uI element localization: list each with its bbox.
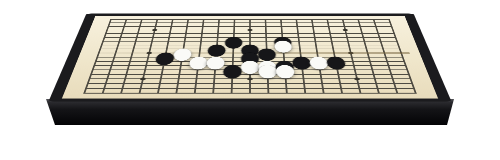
- board-cell[interactable]: [296, 91, 315, 96]
- board-cell[interactable]: [259, 91, 278, 96]
- board-cell[interactable]: [185, 91, 204, 96]
- board-cell[interactable]: ●: [276, 68, 294, 72]
- board-cell[interactable]: [332, 91, 351, 96]
- board-cell[interactable]: ●: [208, 47, 225, 51]
- board-cell[interactable]: ●: [327, 59, 345, 63]
- board-cell[interactable]: [167, 91, 186, 96]
- board-cell[interactable]: [241, 91, 260, 96]
- board-cell[interactable]: [369, 91, 389, 96]
- board-cell[interactable]: [222, 91, 241, 96]
- black-stone[interactable]: ●: [324, 53, 348, 70]
- board-cell[interactable]: ●: [258, 51, 275, 55]
- board-cell[interactable]: ●: [275, 43, 292, 47]
- board-cell[interactable]: [351, 91, 371, 96]
- board-cell[interactable]: ●: [241, 63, 258, 67]
- board-cell[interactable]: [406, 91, 426, 96]
- white-stone[interactable]: ●: [274, 61, 296, 78]
- go-board: ●●●●●●●●●●●●●●●●●●●●: [62, 16, 438, 99]
- board-cell[interactable]: [277, 91, 296, 96]
- scene: ●●●●●●●●●●●●●●●●●●●●: [0, 0, 500, 160]
- go-board-grid: ●●●●●●●●●●●●●●●●●●●●: [74, 18, 426, 96]
- board-cell[interactable]: [204, 91, 223, 96]
- board-cell[interactable]: [93, 91, 113, 96]
- board-cell[interactable]: [314, 91, 333, 96]
- board-cell[interactable]: ●: [224, 68, 242, 72]
- black-stone[interactable]: ●: [153, 49, 176, 65]
- board-cell[interactable]: [130, 91, 150, 96]
- board-front-face: [46, 99, 454, 125]
- black-stone[interactable]: ●: [222, 61, 243, 78]
- board-cell[interactable]: [74, 91, 94, 96]
- board-cell[interactable]: [387, 91, 407, 96]
- board-cell[interactable]: ●: [156, 55, 174, 59]
- board-cell[interactable]: [148, 91, 167, 96]
- board-frame: ●●●●●●●●●●●●●●●●●●●●: [48, 13, 451, 101]
- board-cell[interactable]: [111, 91, 131, 96]
